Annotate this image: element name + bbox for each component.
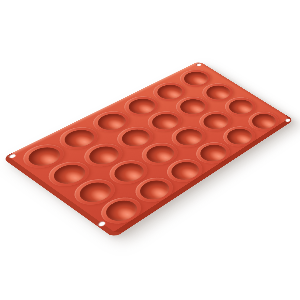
cavity-bowl: [195, 141, 232, 164]
corner-hole-4: [96, 220, 106, 227]
cavity-bowl: [134, 177, 175, 204]
corner-hole-2: [195, 63, 202, 67]
silicone-baking-mold: [2, 61, 294, 238]
cavity-bowl: [166, 158, 205, 183]
photo-canvas: [0, 0, 300, 300]
cavity-bowl: [247, 111, 280, 132]
cavity-bowl: [100, 197, 143, 226]
corner-hole-1: [7, 153, 17, 159]
cavity-bowl: [222, 126, 257, 148]
corner-hole-3: [284, 118, 291, 123]
